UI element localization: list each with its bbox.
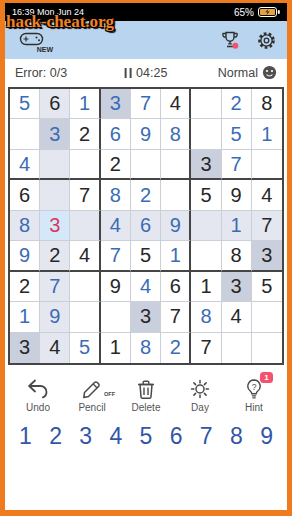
- numpad-3[interactable]: 3: [79, 423, 92, 450]
- delete-button[interactable]: Delete: [121, 378, 171, 413]
- cell-r3c3[interactable]: [70, 150, 100, 180]
- cell-r2c6[interactable]: 8: [161, 119, 191, 149]
- cell-r5c9[interactable]: 7: [252, 211, 282, 241]
- cell-r4c8[interactable]: 9: [222, 180, 252, 210]
- gear-icon: [256, 30, 277, 51]
- cell-r7c4[interactable]: 9: [101, 272, 131, 302]
- cell-r9c2[interactable]: 4: [40, 333, 70, 363]
- cell-r9c5[interactable]: 8: [131, 333, 161, 363]
- cell-r5c8[interactable]: 1: [222, 211, 252, 241]
- numpad-8[interactable]: 8: [230, 423, 243, 450]
- toolbar: Undo OFF Pencil Delete: [5, 378, 287, 413]
- cell-r2c4[interactable]: 6: [101, 119, 131, 149]
- cell-r7c2[interactable]: 7: [40, 272, 70, 302]
- sudoku-board: 5613742832698514237678259483469179247518…: [8, 87, 284, 365]
- cell-r3c2[interactable]: [40, 150, 70, 180]
- cell-r5c7[interactable]: [191, 211, 221, 241]
- cell-r3c4[interactable]: 2: [101, 150, 131, 180]
- cell-r8c4[interactable]: [101, 302, 131, 332]
- cell-r1c3[interactable]: 1: [70, 89, 100, 119]
- timer-value: 04:25: [136, 66, 167, 80]
- delete-label: Delete: [132, 402, 161, 413]
- cell-r6c2[interactable]: 2: [40, 241, 70, 271]
- pencil-label: Pencil: [78, 402, 105, 413]
- difficulty-label: Normal: [218, 66, 258, 80]
- pencil-icon: [80, 378, 104, 400]
- difficulty[interactable]: Normal: [218, 65, 277, 80]
- day-label: Day: [191, 402, 209, 413]
- cell-r4c9[interactable]: 4: [252, 180, 282, 210]
- cell-r5c5[interactable]: 6: [131, 211, 161, 241]
- trash-icon: [135, 378, 157, 400]
- day-mode-button[interactable]: Day: [175, 378, 225, 413]
- cell-r8c9[interactable]: [252, 302, 282, 332]
- cell-r1c2[interactable]: 6: [40, 89, 70, 119]
- cell-r6c4[interactable]: 7: [101, 241, 131, 271]
- cell-r4c2[interactable]: [40, 180, 70, 210]
- battery-icon: [258, 7, 280, 17]
- cell-r4c3[interactable]: 7: [70, 180, 100, 210]
- hint-label: Hint: [245, 402, 263, 413]
- cell-r7c3[interactable]: [70, 272, 100, 302]
- pause-icon: [125, 68, 132, 78]
- cell-r2c1[interactable]: [10, 119, 40, 149]
- pencil-button[interactable]: OFF Pencil: [67, 378, 117, 413]
- cell-r2c5[interactable]: 9: [131, 119, 161, 149]
- cell-r3c5[interactable]: [131, 150, 161, 180]
- cell-r6c6[interactable]: 1: [161, 241, 191, 271]
- trophy-icon: [218, 29, 242, 51]
- settings-button[interactable]: [256, 30, 277, 51]
- cell-r6c3[interactable]: 4: [70, 241, 100, 271]
- cell-r5c3[interactable]: [70, 211, 100, 241]
- cell-r9c7[interactable]: 7: [191, 333, 221, 363]
- numpad-9[interactable]: 9: [260, 423, 273, 450]
- cell-r4c5[interactable]: 2: [131, 180, 161, 210]
- watermark: hack-cheat.org: [6, 12, 114, 32]
- cell-r6c5[interactable]: 5: [131, 241, 161, 271]
- cell-r2c9[interactable]: 1: [252, 119, 282, 149]
- undo-icon: [26, 378, 50, 400]
- battery-percent: 65%: [234, 7, 254, 18]
- app-screen: hack-cheat.org 16:39 Mon Jun 24 65%: [0, 0, 292, 516]
- cell-r3c7[interactable]: 3: [191, 150, 221, 180]
- cell-r7c7[interactable]: 1: [191, 272, 221, 302]
- cell-r7c9[interactable]: 5: [252, 272, 282, 302]
- undo-button[interactable]: Undo: [13, 378, 63, 413]
- cell-r6c8[interactable]: 8: [222, 241, 252, 271]
- cell-r9c4[interactable]: 1: [101, 333, 131, 363]
- cell-r3c8[interactable]: 7: [222, 150, 252, 180]
- cell-r6c9[interactable]: 3: [252, 241, 282, 271]
- error-counter: Error: 0/3: [15, 66, 67, 80]
- cell-r4c6[interactable]: [161, 180, 191, 210]
- cell-r2c8[interactable]: 5: [222, 119, 252, 149]
- cell-r1c5[interactable]: 7: [131, 89, 161, 119]
- number-pad: 123456789: [5, 423, 287, 450]
- numpad-7[interactable]: 7: [200, 423, 213, 450]
- pause-timer-button[interactable]: 04:25: [125, 66, 168, 80]
- achievements-button[interactable]: [218, 29, 242, 51]
- cell-r4c4[interactable]: 8: [101, 180, 131, 210]
- cell-r9c6[interactable]: 2: [161, 333, 191, 363]
- cell-r1c6[interactable]: 4: [161, 89, 191, 119]
- cell-r8c2[interactable]: 9: [40, 302, 70, 332]
- cell-r5c2[interactable]: 3: [40, 211, 70, 241]
- cell-r9c8[interactable]: [222, 333, 252, 363]
- sun-icon: [188, 378, 212, 400]
- cell-r2c7[interactable]: [191, 119, 221, 149]
- cell-r9c1[interactable]: 3: [10, 333, 40, 363]
- cell-r4c7[interactable]: 5: [191, 180, 221, 210]
- cell-r1c8[interactable]: 2: [222, 89, 252, 119]
- cell-r8c8[interactable]: 4: [222, 302, 252, 332]
- cell-r8c1[interactable]: 1: [10, 302, 40, 332]
- cell-r3c9[interactable]: [252, 150, 282, 180]
- cell-r6c7[interactable]: [191, 241, 221, 271]
- cell-r8c6[interactable]: 7: [161, 302, 191, 332]
- new-label: NEW: [37, 46, 53, 53]
- cell-r8c3[interactable]: [70, 302, 100, 332]
- cell-r3c6[interactable]: [161, 150, 191, 180]
- cell-r4c1[interactable]: 6: [10, 180, 40, 210]
- cell-r7c8[interactable]: 3: [222, 272, 252, 302]
- undo-label: Undo: [26, 402, 50, 413]
- cell-r7c6[interactable]: 6: [161, 272, 191, 302]
- cell-r9c9[interactable]: [252, 333, 282, 363]
- numpad-2[interactable]: 2: [49, 423, 62, 450]
- cell-r5c1[interactable]: 8: [10, 211, 40, 241]
- cell-r1c9[interactable]: 8: [252, 89, 282, 119]
- cell-r8c5[interactable]: 3: [131, 302, 161, 332]
- cell-r2c3[interactable]: 2: [70, 119, 100, 149]
- cell-r9c3[interactable]: 5: [70, 333, 100, 363]
- pencil-off-state: OFF: [104, 391, 115, 397]
- hint-question-glyph: ?: [252, 382, 257, 392]
- numpad-4[interactable]: 4: [109, 423, 122, 450]
- numpad-5[interactable]: 5: [140, 423, 153, 450]
- cell-r1c7[interactable]: [191, 89, 221, 119]
- cell-r2c2[interactable]: 3: [40, 119, 70, 149]
- info-bar: Error: 0/3 04:25 Normal: [5, 59, 287, 86]
- cell-r1c4[interactable]: 3: [101, 89, 131, 119]
- cell-r3c1[interactable]: 4: [10, 150, 40, 180]
- numpad-6[interactable]: 6: [170, 423, 183, 450]
- numpad-1[interactable]: 1: [19, 423, 32, 450]
- cell-r8c7[interactable]: 8: [191, 302, 221, 332]
- cell-r6c1[interactable]: 9: [10, 241, 40, 271]
- hint-button[interactable]: 1 ? Hint: [229, 378, 279, 413]
- cell-r7c1[interactable]: 2: [10, 272, 40, 302]
- cell-r5c4[interactable]: 4: [101, 211, 131, 241]
- cell-r7c5[interactable]: 4: [131, 272, 161, 302]
- cell-r1c1[interactable]: 5: [10, 89, 40, 119]
- difficulty-face-icon: [262, 65, 277, 80]
- cell-r5c6[interactable]: 9: [161, 211, 191, 241]
- hint-badge: 1: [260, 372, 273, 383]
